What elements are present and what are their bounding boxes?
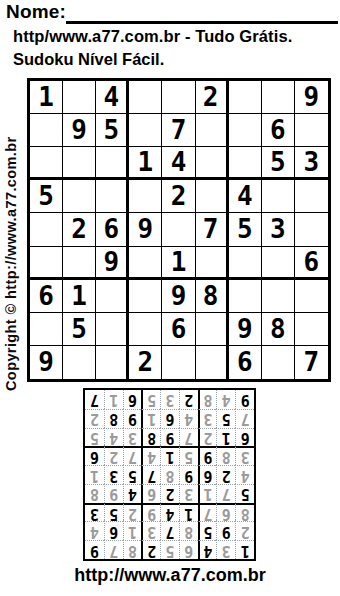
puzzle-cell-r2c8: 6 <box>262 114 295 147</box>
solution-cell-r7c6: 8 <box>141 428 160 447</box>
solution-cell-r7c9: 5 <box>85 428 104 447</box>
solution-cell-r6c5: 1 <box>160 446 179 465</box>
puzzle-cell-r5c1 <box>30 213 63 246</box>
puzzle-cell-r5c2: 2 <box>63 213 96 246</box>
puzzle-cell-r5c7: 5 <box>229 213 262 246</box>
solution-cell-r1c9: 9 <box>85 540 104 559</box>
solution-cell-r5c9: 1 <box>85 465 104 484</box>
solution-cell-r3c7: 2 <box>123 503 142 522</box>
solution-grid: 1346528792958731648671492535713264984269… <box>83 388 256 561</box>
puzzle-cell-r1c3: 4 <box>96 81 129 114</box>
solution-cell-r6c6: 4 <box>141 446 160 465</box>
puzzle-cell-r1c6: 2 <box>196 81 229 114</box>
puzzle-cell-r5c4: 9 <box>129 213 162 246</box>
puzzle-cell-r6c5: 1 <box>162 247 195 280</box>
solution-cell-r4c5: 2 <box>160 484 179 503</box>
puzzle-cell-r8c8: 8 <box>262 313 295 346</box>
solution-cell-r4c8: 9 <box>104 484 123 503</box>
puzzle-cell-r4c4 <box>129 180 162 213</box>
solution-cell-r6c9: 6 <box>85 446 104 465</box>
puzzle-cell-r8c7: 9 <box>229 313 262 346</box>
solution-cell-r5c6: 7 <box>141 465 160 484</box>
puzzle-cell-r4c2 <box>63 180 96 213</box>
puzzle-cell-r8c6 <box>196 313 229 346</box>
solution-cell-r9c4: 2 <box>179 390 198 409</box>
puzzle-cell-r9c6 <box>196 346 229 379</box>
solution-cell-r6c2: 8 <box>216 446 235 465</box>
puzzle-cell-r1c9: 9 <box>295 81 328 114</box>
solution-cell-r9c7: 6 <box>123 390 142 409</box>
solution-cell-r8c9: 2 <box>85 409 104 428</box>
solution-cell-r1c3: 4 <box>198 540 217 559</box>
puzzle-cell-r5c3: 6 <box>96 213 129 246</box>
solution-cell-r7c5: 9 <box>160 428 179 447</box>
solution-cell-r9c1: 9 <box>235 390 254 409</box>
puzzle-cell-r3c7 <box>229 147 262 180</box>
puzzle-cell-r7c5: 9 <box>162 280 195 313</box>
puzzle-cell-r6c9: 6 <box>295 247 328 280</box>
puzzle-cell-r7c1: 6 <box>30 280 63 313</box>
solution-cell-r7c4: 7 <box>179 428 198 447</box>
sudoku-sheet: Nome: http/www.a77.com.br - Tudo Grátis.… <box>0 0 340 596</box>
solution-cell-r5c7: 5 <box>123 465 142 484</box>
puzzle-cell-r9c1: 9 <box>30 346 63 379</box>
puzzle-cell-r5c5 <box>162 213 195 246</box>
puzzle-cell-r8c3 <box>96 313 129 346</box>
solution-cell-r4c6: 6 <box>141 484 160 503</box>
puzzle-cell-r5c9 <box>295 213 328 246</box>
solution-cell-r5c1: 4 <box>235 465 254 484</box>
solution-cell-r8c3: 3 <box>198 409 217 428</box>
puzzle-cell-r1c2 <box>63 81 96 114</box>
footer-url: http://www.a77.com.br <box>0 565 340 586</box>
puzzle-cell-r4c9 <box>295 180 328 213</box>
puzzle-cell-r2c1 <box>30 114 63 147</box>
solution-cell-r2c3: 5 <box>198 521 217 540</box>
puzzle-cell-r9c3 <box>96 346 129 379</box>
solution-cell-r2c6: 3 <box>141 521 160 540</box>
puzzle-cell-r6c3: 9 <box>96 247 129 280</box>
puzzle-cell-r9c8 <box>262 346 295 379</box>
puzzle-cell-r3c9: 3 <box>295 147 328 180</box>
puzzle-cell-r9c4: 2 <box>129 346 162 379</box>
solution-cell-r5c8: 3 <box>104 465 123 484</box>
puzzle-cell-r2c9 <box>295 114 328 147</box>
puzzle-cell-r6c8 <box>262 247 295 280</box>
puzzle-cell-r3c8: 5 <box>262 147 295 180</box>
solution-cell-r8c6: 1 <box>141 409 160 428</box>
puzzle-cell-r2c4 <box>129 114 162 147</box>
puzzle-cell-r1c4 <box>129 81 162 114</box>
solution-cell-r4c4: 3 <box>179 484 198 503</box>
puzzle-cell-r2c5: 7 <box>162 114 195 147</box>
puzzle-cell-r5c8: 3 <box>262 213 295 246</box>
puzzle-cell-r9c9: 7 <box>295 346 328 379</box>
solution-cell-r7c3: 2 <box>198 428 217 447</box>
puzzle-cell-r8c9 <box>295 313 328 346</box>
puzzle-cell-r6c7 <box>229 247 262 280</box>
puzzle-cell-r8c1 <box>30 313 63 346</box>
puzzle-cell-r6c4 <box>129 247 162 280</box>
puzzle-cell-r4c5: 2 <box>162 180 195 213</box>
solution-cell-r4c1: 5 <box>235 484 254 503</box>
puzzle-cell-r9c5 <box>162 346 195 379</box>
solution-cell-r5c5: 8 <box>160 465 179 484</box>
puzzle-cell-r7c3 <box>96 280 129 313</box>
puzzle-cell-r6c1 <box>30 247 63 280</box>
solution-cell-r6c4: 5 <box>179 446 198 465</box>
puzzle-cell-r8c5: 6 <box>162 313 195 346</box>
solution-cell-r7c2: 1 <box>216 428 235 447</box>
puzzle-cell-r4c3 <box>96 180 129 213</box>
solution-cell-r2c4: 8 <box>179 521 198 540</box>
puzzle-cell-r9c7: 6 <box>229 346 262 379</box>
solution-cell-r3c3: 7 <box>198 503 217 522</box>
puzzle-cell-r2c2: 9 <box>63 114 96 147</box>
puzzle-cell-r6c2 <box>63 247 96 280</box>
puzzle-cell-r3c5: 4 <box>162 147 195 180</box>
solution-cell-r9c3: 8 <box>198 390 217 409</box>
puzzle-cell-r6c6 <box>196 247 229 280</box>
solution-cell-r6c7: 7 <box>123 446 142 465</box>
puzzle-cell-r2c7 <box>229 114 262 147</box>
solution-cell-r9c6: 5 <box>141 390 160 409</box>
solution-cell-r1c5: 5 <box>160 540 179 559</box>
solution-cell-r2c8: 6 <box>104 521 123 540</box>
puzzle-cell-r8c4 <box>129 313 162 346</box>
puzzle-cell-r4c1: 5 <box>30 180 63 213</box>
solution-cell-r9c9: 7 <box>85 390 104 409</box>
solution-cell-r8c2: 5 <box>216 409 235 428</box>
solution-cell-r1c4: 6 <box>179 540 198 559</box>
puzzle-cell-r9c2 <box>63 346 96 379</box>
solution-cell-r7c8: 4 <box>104 428 123 447</box>
puzzle-cell-r7c8 <box>262 280 295 313</box>
solution-cell-r2c1: 2 <box>235 521 254 540</box>
solution-cell-r3c6: 9 <box>141 503 160 522</box>
solution-cell-r3c9: 3 <box>85 503 104 522</box>
puzzle-cell-r1c7 <box>229 81 262 114</box>
puzzle-cell-r4c6 <box>196 180 229 213</box>
solution-cell-r1c1: 1 <box>235 540 254 559</box>
puzzle-cell-r7c9 <box>295 280 328 313</box>
puzzle-cell-r4c7: 4 <box>229 180 262 213</box>
puzzle-cell-r8c2: 5 <box>63 313 96 346</box>
puzzle-cell-r3c6 <box>196 147 229 180</box>
puzzle-cell-r1c5 <box>162 81 195 114</box>
solution-cell-r4c2: 7 <box>216 484 235 503</box>
difficulty-title: Sudoku Nível Fácil. <box>13 50 164 69</box>
solution-cell-r1c7: 8 <box>123 540 142 559</box>
solution-cell-r6c8: 2 <box>104 446 123 465</box>
solution-cell-r3c8: 5 <box>104 503 123 522</box>
solution-cell-r2c5: 7 <box>160 521 179 540</box>
puzzle-cell-r3c3 <box>96 147 129 180</box>
puzzle-cell-r1c8 <box>262 81 295 114</box>
solution-cell-r4c9: 8 <box>85 484 104 503</box>
solution-cell-r7c7: 3 <box>123 428 142 447</box>
solution-cell-r9c8: 1 <box>104 390 123 409</box>
solution-cell-r3c5: 4 <box>160 503 179 522</box>
puzzle-grid: 142995761453524269753916619856989267 <box>27 78 331 382</box>
solution-cell-r4c3: 1 <box>198 484 217 503</box>
puzzle-cell-r5c6: 7 <box>196 213 229 246</box>
name-label: Nome: <box>6 1 66 23</box>
solution-cell-r3c4: 1 <box>179 503 198 522</box>
solution-cell-r6c3: 9 <box>198 446 217 465</box>
solution-cell-r1c2: 3 <box>216 540 235 559</box>
solution-cell-r1c6: 2 <box>141 540 160 559</box>
solution-cell-r9c2: 4 <box>216 390 235 409</box>
site-title: http/www.a77.com.br - Tudo Grátis. <box>13 27 292 46</box>
puzzle-cell-r7c4 <box>129 280 162 313</box>
puzzle-cell-r2c6 <box>196 114 229 147</box>
solution-cell-r5c2: 2 <box>216 465 235 484</box>
solution-cell-r5c3: 6 <box>198 465 217 484</box>
solution-cell-r6c1: 3 <box>235 446 254 465</box>
puzzle-cell-r1c1: 1 <box>30 81 63 114</box>
solution-cell-r5c4: 9 <box>179 465 198 484</box>
solution-cell-r2c9: 4 <box>85 521 104 540</box>
solution-cell-r3c1: 8 <box>235 503 254 522</box>
solution-cell-r8c5: 6 <box>160 409 179 428</box>
puzzle-cell-r7c6: 8 <box>196 280 229 313</box>
solution-cell-r1c8: 7 <box>104 540 123 559</box>
puzzle-cell-r3c1 <box>30 147 63 180</box>
puzzle-cell-r2c3: 5 <box>96 114 129 147</box>
solution-cell-r7c1: 6 <box>235 428 254 447</box>
solution-cell-r8c8: 8 <box>104 409 123 428</box>
puzzle-cell-r7c7 <box>229 280 262 313</box>
solution-cell-r8c4: 4 <box>179 409 198 428</box>
puzzle-cell-r4c8 <box>262 180 295 213</box>
puzzle-cell-r3c2 <box>63 147 96 180</box>
solution-cell-r2c2: 9 <box>216 521 235 540</box>
solution-cell-r8c7: 9 <box>123 409 142 428</box>
puzzle-cell-r3c4: 1 <box>129 147 162 180</box>
solution-cell-r4c7: 4 <box>123 484 142 503</box>
solution-cell-r2c7: 1 <box>123 521 142 540</box>
solution-cell-r9c5: 3 <box>160 390 179 409</box>
solution-cell-r3c2: 6 <box>216 503 235 522</box>
copyright-text: Copyright © http://www.a77.com.br <box>3 136 19 391</box>
name-blank-line <box>66 21 338 24</box>
puzzle-cell-r7c2: 1 <box>63 280 96 313</box>
solution-cell-r8c1: 7 <box>235 409 254 428</box>
